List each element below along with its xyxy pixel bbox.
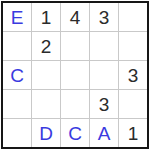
cell-r1c5[interactable] <box>119 3 147 31</box>
cell-r3c3[interactable] <box>61 61 89 89</box>
cell-r5c4[interactable]: A <box>90 119 118 147</box>
cell-r5c2[interactable]: D <box>32 119 60 147</box>
puzzle-board: E 1 4 3 2 C 3 3 D C A 1 <box>1 1 149 149</box>
cell-r4c2[interactable] <box>32 90 60 118</box>
cell-r2c3[interactable] <box>61 32 89 60</box>
cell-r3c2[interactable] <box>32 61 60 89</box>
cell-r1c4[interactable]: 3 <box>90 3 118 31</box>
cell-r1c1[interactable]: E <box>3 3 31 31</box>
cell-r1c2[interactable]: 1 <box>32 3 60 31</box>
cell-r2c4[interactable] <box>90 32 118 60</box>
cell-r3c1[interactable]: C <box>3 61 31 89</box>
puzzle-grid: E 1 4 3 2 C 3 3 D C A 1 <box>3 3 147 147</box>
cell-r2c1[interactable] <box>3 32 31 60</box>
cell-r5c3[interactable]: C <box>61 119 89 147</box>
cell-r3c4[interactable] <box>90 61 118 89</box>
cell-r4c3[interactable] <box>61 90 89 118</box>
cell-r4c4[interactable]: 3 <box>90 90 118 118</box>
cell-r2c5[interactable] <box>119 32 147 60</box>
cell-r2c2[interactable]: 2 <box>32 32 60 60</box>
cell-r4c1[interactable] <box>3 90 31 118</box>
cell-r3c5[interactable]: 3 <box>119 61 147 89</box>
cell-r5c5[interactable]: 1 <box>119 119 147 147</box>
cell-r5c1[interactable] <box>3 119 31 147</box>
cell-r4c5[interactable] <box>119 90 147 118</box>
cell-r1c3[interactable]: 4 <box>61 3 89 31</box>
